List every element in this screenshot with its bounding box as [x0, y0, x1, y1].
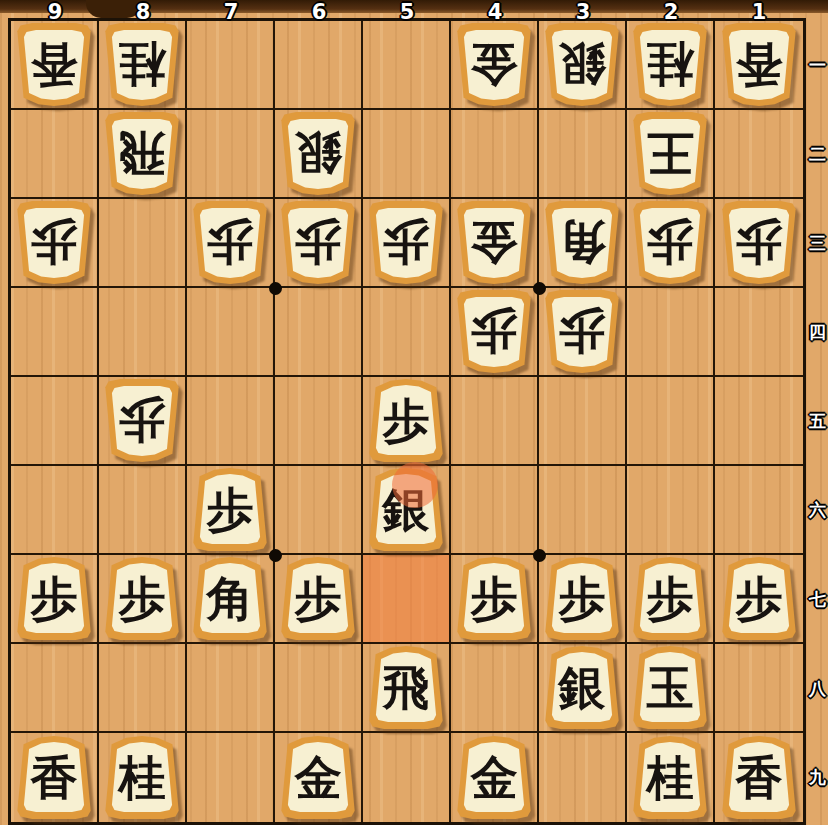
piece-face: 歩: [198, 474, 262, 544]
piece-body: 銀: [279, 112, 357, 195]
piece-kanji: 飛: [119, 131, 166, 178]
square-93[interactable]: 歩: [11, 199, 99, 288]
piece-kanji: 歩: [295, 220, 342, 267]
piece-body: 金: [279, 736, 357, 819]
piece-body: 歩: [279, 201, 357, 284]
square-95[interactable]: [11, 377, 99, 466]
piece-face: 角: [198, 563, 262, 633]
piece-kanji: 角: [559, 220, 606, 267]
piece-face: 歩: [374, 208, 438, 278]
square-55[interactable]: 歩: [363, 377, 451, 466]
square-69[interactable]: 金: [275, 733, 363, 822]
piece-body: 歩: [455, 557, 533, 640]
piece-face: 歩: [110, 563, 174, 633]
piece-face: 銀: [286, 119, 350, 189]
square-43[interactable]: 金: [451, 199, 539, 288]
piece-sente-pawn-67[interactable]: 歩: [279, 557, 357, 640]
square-78[interactable]: [187, 644, 275, 733]
piece-kanji: 香: [736, 42, 783, 89]
piece-kanji: 香: [31, 754, 78, 801]
rank-label-4: 四: [807, 288, 828, 377]
piece-body: 桂: [103, 23, 181, 106]
piece-kanji: 歩: [647, 220, 694, 267]
piece-face: 桂: [110, 30, 174, 100]
square-65[interactable]: [275, 377, 363, 466]
square-82[interactable]: 飛: [99, 110, 187, 199]
piece-face: 香: [22, 30, 86, 100]
piece-face: 銀: [550, 30, 614, 100]
piece-sente-king-28[interactable]: 玉: [631, 646, 709, 729]
square-94[interactable]: [11, 288, 99, 377]
piece-face: 歩: [22, 563, 86, 633]
piece-face: 歩: [462, 297, 526, 367]
piece-gote-pawn-13[interactable]: 歩: [720, 201, 798, 284]
piece-kanji: 金: [471, 220, 518, 267]
square-38[interactable]: 銀: [539, 644, 627, 733]
piece-body: 歩: [543, 290, 621, 373]
piece-kanji: 王: [647, 131, 694, 178]
square-35[interactable]: [539, 377, 627, 466]
square-32[interactable]: [539, 110, 627, 199]
piece-body: 香: [15, 736, 93, 819]
piece-body: 銀: [367, 468, 445, 551]
file-label-3: 3: [539, 0, 627, 24]
file-label-9: 9: [11, 0, 99, 24]
piece-body: 歩: [15, 201, 93, 284]
piece-gote-silver-31[interactable]: 銀: [543, 23, 621, 106]
piece-body: 角: [191, 557, 269, 640]
shogi-app: 987654321 一二三四五六七八九 香桂金銀桂香飛銀王歩歩歩歩金角歩歩歩歩歩…: [0, 0, 828, 825]
piece-sente-gold-69[interactable]: 金: [279, 736, 357, 819]
piece-gote-rook-82[interactable]: 飛: [103, 112, 181, 195]
rank-label-2: 二: [807, 110, 828, 199]
square-63[interactable]: 歩: [275, 199, 363, 288]
piece-kanji: 歩: [736, 575, 783, 622]
piece-kanji: 銀: [295, 131, 342, 178]
piece-kanji: 桂: [119, 754, 166, 801]
piece-sente-bishop-77[interactable]: 角: [191, 557, 269, 640]
piece-body: 角: [543, 201, 621, 284]
piece-kanji: 銀: [559, 42, 606, 89]
square-68[interactable]: [275, 644, 363, 733]
square-45[interactable]: [451, 377, 539, 466]
piece-sente-pawn-97[interactable]: 歩: [15, 557, 93, 640]
square-97[interactable]: 歩: [11, 555, 99, 644]
square-75[interactable]: [187, 377, 275, 466]
file-label-1: 1: [715, 0, 803, 24]
piece-face: 金: [462, 30, 526, 100]
square-36[interactable]: [539, 466, 627, 555]
piece-sente-knight-29[interactable]: 桂: [631, 736, 709, 819]
square-86[interactable]: [99, 466, 187, 555]
piece-face: 飛: [110, 119, 174, 189]
piece-face: 銀: [374, 474, 438, 544]
piece-face: 歩: [727, 563, 791, 633]
piece-face: 歩: [286, 563, 350, 633]
piece-body: 歩: [279, 557, 357, 640]
file-label-8: 8: [99, 0, 187, 24]
piece-kanji: 角: [207, 575, 254, 622]
piece-body: 金: [455, 23, 533, 106]
piece-kanji: 歩: [647, 575, 694, 622]
square-12[interactable]: [715, 110, 803, 199]
square-73[interactable]: 歩: [187, 199, 275, 288]
square-46[interactable]: [451, 466, 539, 555]
square-91[interactable]: 香: [11, 21, 99, 110]
piece-kanji: 歩: [31, 220, 78, 267]
piece-kanji: 金: [295, 754, 342, 801]
square-26[interactable]: [627, 466, 715, 555]
square-29[interactable]: 桂: [627, 733, 715, 822]
piece-body: 歩: [631, 557, 709, 640]
piece-sente-pawn-27[interactable]: 歩: [631, 557, 709, 640]
rank-label-1: 一: [807, 21, 828, 110]
piece-sente-lance-19[interactable]: 香: [720, 736, 798, 819]
piece-face: 王: [638, 119, 702, 189]
piece-sente-silver-38[interactable]: 銀: [543, 646, 621, 729]
piece-body: 金: [455, 201, 533, 284]
square-99[interactable]: 香: [11, 733, 99, 822]
piece-sente-lance-99[interactable]: 香: [15, 736, 93, 819]
square-27[interactable]: 歩: [627, 555, 715, 644]
piece-gote-bishop-33[interactable]: 角: [543, 201, 621, 284]
piece-sente-gold-49[interactable]: 金: [455, 736, 533, 819]
piece-face: 歩: [22, 208, 86, 278]
piece-body: 銀: [543, 23, 621, 106]
piece-kanji: 金: [471, 754, 518, 801]
rank-label-6: 六: [807, 466, 828, 555]
piece-body: 歩: [720, 557, 798, 640]
piece-gote-king-22[interactable]: 王: [631, 112, 709, 195]
square-67[interactable]: 歩: [275, 555, 363, 644]
rank-label-9: 九: [807, 733, 828, 822]
piece-kanji: 歩: [471, 575, 518, 622]
file-label-5: 5: [363, 0, 451, 24]
square-16[interactable]: [715, 466, 803, 555]
square-96[interactable]: [11, 466, 99, 555]
piece-body: 桂: [631, 23, 709, 106]
square-51[interactable]: [363, 21, 451, 110]
piece-kanji: 桂: [647, 754, 694, 801]
square-64[interactable]: [275, 288, 363, 377]
square-79[interactable]: [187, 733, 275, 822]
rank-coordinates: 一二三四五六七八九: [807, 21, 828, 822]
square-41[interactable]: 金: [451, 21, 539, 110]
piece-gote-pawn-34[interactable]: 歩: [543, 290, 621, 373]
square-48[interactable]: [451, 644, 539, 733]
file-label-7: 7: [187, 0, 275, 24]
rank-label-8: 八: [807, 644, 828, 733]
piece-gote-pawn-53[interactable]: 歩: [367, 201, 445, 284]
piece-kanji: 歩: [119, 398, 166, 445]
piece-gote-knight-81[interactable]: 桂: [103, 23, 181, 106]
square-37[interactable]: 歩: [539, 555, 627, 644]
piece-face: 歩: [110, 386, 174, 456]
piece-face: 香: [727, 30, 791, 100]
piece-face: 桂: [110, 742, 174, 812]
piece-kanji: 玉: [647, 664, 694, 711]
piece-body: 王: [631, 112, 709, 195]
piece-body: 歩: [631, 201, 709, 284]
square-42[interactable]: [451, 110, 539, 199]
piece-kanji: 歩: [383, 220, 430, 267]
piece-face: 金: [462, 208, 526, 278]
square-11[interactable]: 香: [715, 21, 803, 110]
piece-kanji: 桂: [647, 42, 694, 89]
square-81[interactable]: 桂: [99, 21, 187, 110]
piece-kanji: 歩: [383, 397, 430, 444]
square-28[interactable]: 玉: [627, 644, 715, 733]
piece-gote-silver-62[interactable]: 銀: [279, 112, 357, 195]
piece-face: 歩: [550, 297, 614, 367]
piece-body: 玉: [631, 646, 709, 729]
piece-face: 金: [462, 742, 526, 812]
piece-kanji: 香: [31, 42, 78, 89]
piece-body: 歩: [191, 201, 269, 284]
piece-kanji: 歩: [295, 575, 342, 622]
file-label-2: 2: [627, 0, 715, 24]
piece-body: 歩: [103, 557, 181, 640]
file-label-4: 4: [451, 0, 539, 24]
piece-sente-pawn-17[interactable]: 歩: [720, 557, 798, 640]
rank-label-7: 七: [807, 555, 828, 644]
square-13[interactable]: 歩: [715, 199, 803, 288]
piece-sente-rook-58[interactable]: 飛: [367, 646, 445, 729]
piece-gote-gold-43[interactable]: 金: [455, 201, 533, 284]
piece-gote-pawn-85[interactable]: 歩: [103, 379, 181, 462]
piece-face: 歩: [638, 208, 702, 278]
square-83[interactable]: [99, 199, 187, 288]
square-59[interactable]: [363, 733, 451, 822]
piece-body: 香: [15, 23, 93, 106]
piece-kanji: 歩: [736, 220, 783, 267]
piece-sente-pawn-87[interactable]: 歩: [103, 557, 181, 640]
piece-body: 香: [720, 736, 798, 819]
piece-kanji: 歩: [207, 486, 254, 533]
piece-face: 歩: [462, 563, 526, 633]
square-62[interactable]: 銀: [275, 110, 363, 199]
piece-face: 飛: [374, 652, 438, 722]
piece-body: 飛: [367, 646, 445, 729]
square-25[interactable]: [627, 377, 715, 466]
square-85[interactable]: 歩: [99, 377, 187, 466]
piece-kanji: 金: [471, 42, 518, 89]
square-74[interactable]: [187, 288, 275, 377]
square-39[interactable]: [539, 733, 627, 822]
piece-face: 香: [727, 742, 791, 812]
piece-face: 歩: [550, 563, 614, 633]
square-31[interactable]: 銀: [539, 21, 627, 110]
piece-face: 桂: [638, 30, 702, 100]
square-84[interactable]: [99, 288, 187, 377]
square-61[interactable]: [275, 21, 363, 110]
square-66[interactable]: [275, 466, 363, 555]
piece-body: 歩: [367, 201, 445, 284]
piece-body: 香: [720, 23, 798, 106]
piece-gote-pawn-93[interactable]: 歩: [15, 201, 93, 284]
square-34[interactable]: 歩: [539, 288, 627, 377]
square-19[interactable]: 香: [715, 733, 803, 822]
piece-face: 角: [550, 208, 614, 278]
piece-face: 歩: [638, 563, 702, 633]
square-23[interactable]: 歩: [627, 199, 715, 288]
piece-face: 香: [22, 742, 86, 812]
piece-kanji: 歩: [207, 220, 254, 267]
square-14[interactable]: [715, 288, 803, 377]
square-17[interactable]: 歩: [715, 555, 803, 644]
square-44[interactable]: 歩: [451, 288, 539, 377]
piece-face: 歩: [286, 208, 350, 278]
piece-body: 金: [455, 736, 533, 819]
piece-body: 歩: [455, 290, 533, 373]
piece-gote-pawn-73[interactable]: 歩: [191, 201, 269, 284]
piece-kanji: 銀: [383, 486, 430, 533]
square-89[interactable]: 桂: [99, 733, 187, 822]
square-52[interactable]: [363, 110, 451, 199]
square-18[interactable]: [715, 644, 803, 733]
square-22[interactable]: 王: [627, 110, 715, 199]
square-15[interactable]: [715, 377, 803, 466]
piece-kanji: 歩: [119, 575, 166, 622]
piece-gote-pawn-44[interactable]: 歩: [455, 290, 533, 373]
piece-gote-knight-21[interactable]: 桂: [631, 23, 709, 106]
piece-gote-lance-11[interactable]: 香: [720, 23, 798, 106]
piece-sente-pawn-55[interactable]: 歩: [367, 379, 445, 462]
piece-kanji: 桂: [119, 42, 166, 89]
file-label-6: 6: [275, 0, 363, 24]
square-33[interactable]: 角: [539, 199, 627, 288]
piece-sente-knight-89[interactable]: 桂: [103, 736, 181, 819]
piece-face: 歩: [198, 208, 262, 278]
piece-body: 歩: [367, 379, 445, 462]
piece-face: 桂: [638, 742, 702, 812]
piece-gote-pawn-63[interactable]: 歩: [279, 201, 357, 284]
piece-face: 銀: [550, 652, 614, 722]
piece-sente-pawn-76[interactable]: 歩: [191, 468, 269, 551]
piece-body: 歩: [15, 557, 93, 640]
piece-sente-silver-56[interactable]: 銀: [367, 468, 445, 551]
file-coordinates: 987654321: [11, 0, 803, 24]
square-49[interactable]: 金: [451, 733, 539, 822]
square-98[interactable]: [11, 644, 99, 733]
piece-kanji: 香: [736, 754, 783, 801]
piece-face: 歩: [374, 385, 438, 455]
piece-face: 玉: [638, 652, 702, 722]
shogi-board: 香桂金銀桂香飛銀王歩歩歩歩金角歩歩歩歩歩歩歩銀歩歩角歩歩歩歩歩飛銀玉香桂金金桂香: [8, 18, 806, 825]
square-71[interactable]: [187, 21, 275, 110]
piece-gote-pawn-23[interactable]: 歩: [631, 201, 709, 284]
piece-body: 飛: [103, 112, 181, 195]
square-87[interactable]: 歩: [99, 555, 187, 644]
square-56[interactable]: 銀: [363, 466, 451, 555]
piece-body: 桂: [631, 736, 709, 819]
square-88[interactable]: [99, 644, 187, 733]
piece-kanji: 銀: [559, 664, 606, 711]
square-47[interactable]: 歩: [451, 555, 539, 644]
rank-label-3: 三: [807, 199, 828, 288]
piece-kanji: 歩: [559, 575, 606, 622]
square-76[interactable]: 歩: [187, 466, 275, 555]
piece-body: 歩: [191, 468, 269, 551]
square-77[interactable]: 角: [187, 555, 275, 644]
piece-body: 銀: [543, 646, 621, 729]
piece-sente-pawn-47[interactable]: 歩: [455, 557, 533, 640]
square-21[interactable]: 桂: [627, 21, 715, 110]
square-57[interactable]: [363, 555, 451, 644]
piece-kanji: 歩: [31, 575, 78, 622]
board-grid: 香桂金銀桂香飛銀王歩歩歩歩金角歩歩歩歩歩歩歩銀歩歩角歩歩歩歩歩飛銀玉香桂金金桂香: [11, 21, 803, 822]
piece-body: 歩: [543, 557, 621, 640]
piece-kanji: 歩: [559, 309, 606, 356]
square-53[interactable]: 歩: [363, 199, 451, 288]
square-92[interactable]: [11, 110, 99, 199]
piece-gote-lance-91[interactable]: 香: [15, 23, 93, 106]
rank-label-5: 五: [807, 377, 828, 466]
square-54[interactable]: [363, 288, 451, 377]
piece-sente-pawn-37[interactable]: 歩: [543, 557, 621, 640]
square-58[interactable]: 飛: [363, 644, 451, 733]
piece-face: 歩: [727, 208, 791, 278]
piece-body: 歩: [720, 201, 798, 284]
piece-kanji: 飛: [383, 664, 430, 711]
piece-body: 歩: [103, 379, 181, 462]
piece-face: 金: [286, 742, 350, 812]
piece-gote-gold-41[interactable]: 金: [455, 23, 533, 106]
piece-kanji: 歩: [471, 309, 518, 356]
square-24[interactable]: [627, 288, 715, 377]
piece-body: 桂: [103, 736, 181, 819]
square-72[interactable]: [187, 110, 275, 199]
